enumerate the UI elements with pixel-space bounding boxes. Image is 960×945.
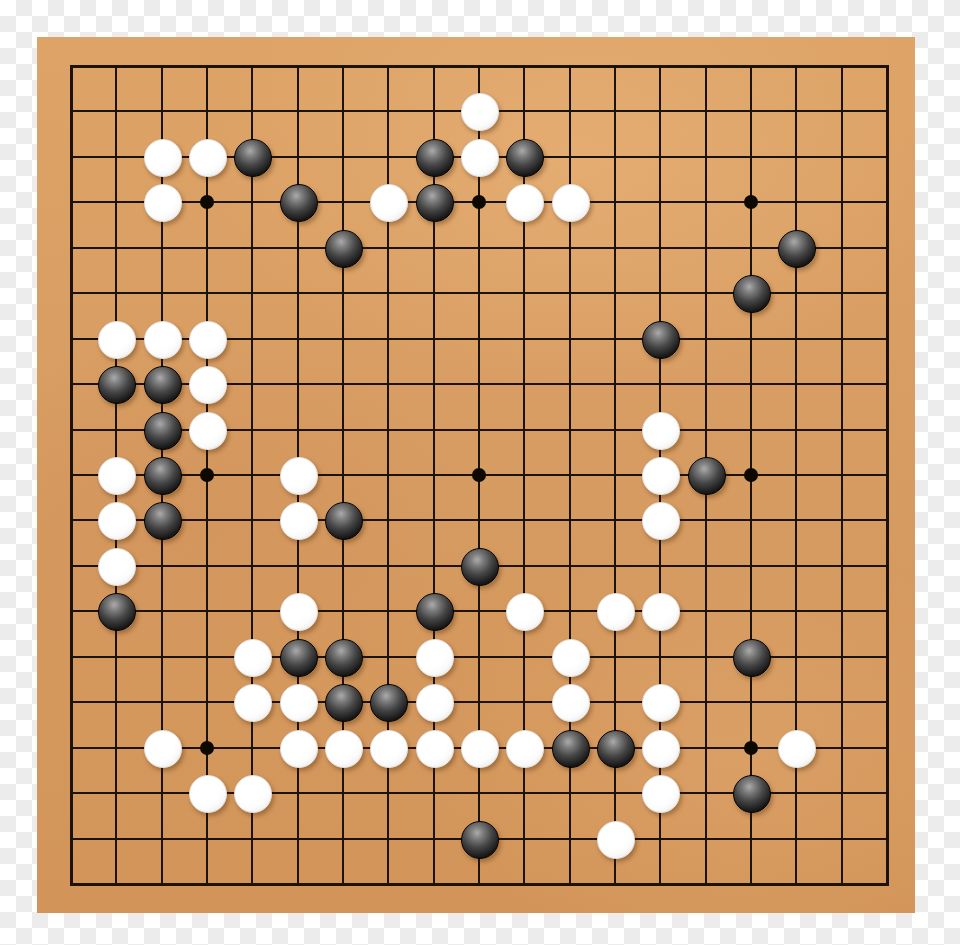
stone-black[interactable] bbox=[144, 457, 182, 495]
star-point bbox=[200, 468, 214, 482]
stone-white[interactable] bbox=[144, 730, 182, 768]
stone-white[interactable] bbox=[234, 775, 272, 813]
stone-white[interactable] bbox=[506, 593, 544, 631]
stone-white[interactable] bbox=[642, 457, 680, 495]
stone-white[interactable] bbox=[642, 775, 680, 813]
stone-black[interactable] bbox=[688, 457, 726, 495]
stone-white[interactable] bbox=[280, 502, 318, 540]
stone-white[interactable] bbox=[506, 730, 544, 768]
star-point bbox=[200, 195, 214, 209]
stone-black[interactable] bbox=[144, 366, 182, 404]
stone-black[interactable] bbox=[642, 321, 680, 359]
stone-black[interactable] bbox=[144, 502, 182, 540]
stone-black[interactable] bbox=[778, 230, 816, 268]
stone-white[interactable] bbox=[552, 639, 590, 677]
stone-white[interactable] bbox=[778, 730, 816, 768]
stone-white[interactable] bbox=[325, 730, 363, 768]
stone-black[interactable] bbox=[280, 184, 318, 222]
stone-black[interactable] bbox=[733, 275, 771, 313]
stone-black[interactable] bbox=[461, 821, 499, 859]
star-point bbox=[744, 468, 758, 482]
stone-white[interactable] bbox=[597, 821, 635, 859]
stone-black[interactable] bbox=[416, 184, 454, 222]
grid-line-vertical bbox=[841, 65, 843, 886]
stone-black[interactable] bbox=[98, 593, 136, 631]
stone-white[interactable] bbox=[597, 593, 635, 631]
stone-white[interactable] bbox=[370, 730, 408, 768]
stone-white[interactable] bbox=[642, 684, 680, 722]
stone-white[interactable] bbox=[189, 366, 227, 404]
go-board-image bbox=[0, 0, 960, 945]
stone-white[interactable] bbox=[461, 730, 499, 768]
go-board[interactable] bbox=[37, 37, 915, 913]
stone-white[interactable] bbox=[144, 139, 182, 177]
star-point bbox=[472, 195, 486, 209]
stone-black[interactable] bbox=[325, 684, 363, 722]
stone-black[interactable] bbox=[234, 139, 272, 177]
stone-black[interactable] bbox=[416, 139, 454, 177]
stone-white[interactable] bbox=[98, 502, 136, 540]
stone-black[interactable] bbox=[98, 366, 136, 404]
stone-white[interactable] bbox=[552, 684, 590, 722]
star-point bbox=[472, 468, 486, 482]
star-point bbox=[744, 741, 758, 755]
stone-black[interactable] bbox=[144, 412, 182, 450]
stone-black[interactable] bbox=[733, 639, 771, 677]
stone-white[interactable] bbox=[189, 412, 227, 450]
stone-black[interactable] bbox=[733, 775, 771, 813]
stone-white[interactable] bbox=[280, 593, 318, 631]
stone-black[interactable] bbox=[280, 639, 318, 677]
stone-white[interactable] bbox=[416, 684, 454, 722]
grid-line-horizontal bbox=[70, 519, 889, 521]
stone-white[interactable] bbox=[189, 775, 227, 813]
star-point bbox=[744, 195, 758, 209]
stone-white[interactable] bbox=[98, 548, 136, 586]
stone-black[interactable] bbox=[325, 230, 363, 268]
stone-white[interactable] bbox=[416, 639, 454, 677]
star-point bbox=[200, 741, 214, 755]
stone-white[interactable] bbox=[98, 457, 136, 495]
stone-white[interactable] bbox=[189, 139, 227, 177]
stone-white[interactable] bbox=[552, 184, 590, 222]
stone-black[interactable] bbox=[461, 548, 499, 586]
grid-line-vertical bbox=[886, 65, 889, 886]
stone-black[interactable] bbox=[370, 684, 408, 722]
stone-white[interactable] bbox=[144, 321, 182, 359]
stone-white[interactable] bbox=[280, 684, 318, 722]
stone-white[interactable] bbox=[642, 412, 680, 450]
stone-white[interactable] bbox=[370, 184, 408, 222]
stone-black[interactable] bbox=[506, 139, 544, 177]
stone-white[interactable] bbox=[189, 321, 227, 359]
stone-white[interactable] bbox=[506, 184, 544, 222]
stone-white[interactable] bbox=[461, 93, 499, 131]
stone-black[interactable] bbox=[597, 730, 635, 768]
stone-white[interactable] bbox=[234, 684, 272, 722]
stone-white[interactable] bbox=[642, 593, 680, 631]
stone-white[interactable] bbox=[642, 502, 680, 540]
stone-white[interactable] bbox=[280, 730, 318, 768]
stone-white[interactable] bbox=[642, 730, 680, 768]
stone-black[interactable] bbox=[325, 639, 363, 677]
stone-black[interactable] bbox=[552, 730, 590, 768]
stone-white[interactable] bbox=[461, 139, 499, 177]
stone-white[interactable] bbox=[280, 457, 318, 495]
stone-black[interactable] bbox=[416, 593, 454, 631]
grid-line-horizontal bbox=[70, 610, 889, 612]
grid-line-horizontal bbox=[70, 701, 889, 703]
stone-black[interactable] bbox=[325, 502, 363, 540]
stone-white[interactable] bbox=[144, 184, 182, 222]
stone-white[interactable] bbox=[234, 639, 272, 677]
stone-white[interactable] bbox=[416, 730, 454, 768]
stone-white[interactable] bbox=[98, 321, 136, 359]
grid-line-horizontal bbox=[70, 883, 889, 886]
